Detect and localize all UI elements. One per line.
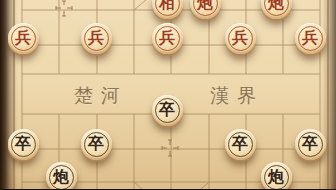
xiangqi-board[interactable]: 楚河 漢界 相炮炮兵兵兵兵兵卒卒卒卒卒炮炮 — [0, 0, 336, 189]
piece-character: 卒 — [232, 136, 248, 152]
piece-character: 炮 — [197, 0, 213, 11]
piece-red-soldier[interactable]: 兵 — [81, 23, 112, 54]
piece-character: 卒 — [15, 136, 31, 152]
piece-red-soldier[interactable]: 兵 — [295, 23, 326, 54]
piece-black-soldier[interactable]: 卒 — [152, 95, 183, 126]
piece-black-soldier[interactable]: 卒 — [225, 129, 256, 160]
piece-character: 相 — [159, 0, 175, 11]
river-label-chu-he: 楚河 — [74, 86, 128, 105]
piece-character: 兵 — [232, 30, 248, 46]
piece-red-soldier[interactable]: 兵 — [225, 23, 256, 54]
piece-character: 卒 — [88, 136, 104, 152]
piece-character: 炮 — [268, 0, 284, 11]
piece-black-soldier[interactable]: 卒 — [81, 129, 112, 160]
piece-red-soldier[interactable]: 兵 — [8, 23, 39, 54]
piece-character: 兵 — [302, 30, 318, 46]
piece-character: 兵 — [159, 30, 175, 46]
river-label-han-jie: 漢界 — [210, 86, 264, 105]
piece-red-soldier[interactable]: 兵 — [152, 23, 183, 54]
piece-character: 炮 — [53, 169, 69, 185]
piece-character: 炮 — [268, 169, 284, 185]
piece-black-soldier[interactable]: 卒 — [8, 129, 39, 160]
piece-character: 卒 — [302, 136, 318, 152]
piece-character: 卒 — [159, 102, 175, 118]
piece-black-cannon[interactable]: 炮 — [261, 162, 292, 190]
piece-character: 兵 — [88, 30, 104, 46]
piece-black-soldier[interactable]: 卒 — [295, 129, 326, 160]
piece-character: 兵 — [15, 30, 31, 46]
piece-black-cannon[interactable]: 炮 — [46, 162, 77, 190]
